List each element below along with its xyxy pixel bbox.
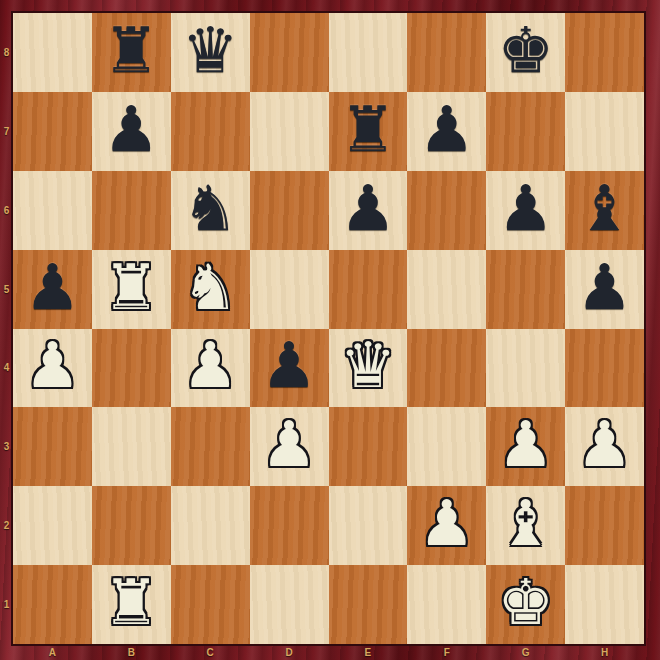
piece-white-knight[interactable]: ♞ <box>182 256 238 319</box>
square-c5[interactable]: ♞ <box>171 250 250 329</box>
square-e5[interactable] <box>329 250 408 329</box>
file-label-g: G <box>486 644 565 660</box>
square-g5[interactable] <box>486 250 565 329</box>
piece-white-pawn[interactable]: ♟ <box>497 413 553 476</box>
square-c8[interactable]: ♛ <box>171 13 250 92</box>
piece-black-queen[interactable]: ♛ <box>182 19 238 82</box>
square-h7[interactable] <box>565 92 644 171</box>
piece-black-pawn[interactable]: ♟ <box>497 177 553 240</box>
file-label-c: C <box>171 644 250 660</box>
square-b8[interactable]: ♜ <box>92 13 171 92</box>
rank-label-1: 1 <box>0 565 13 644</box>
square-d7[interactable] <box>250 92 329 171</box>
piece-black-pawn[interactable]: ♟ <box>103 98 159 161</box>
piece-black-pawn[interactable]: ♟ <box>576 256 632 319</box>
square-b4[interactable] <box>92 329 171 408</box>
square-h3[interactable]: ♟ <box>565 407 644 486</box>
square-a5[interactable]: ♟ <box>13 250 92 329</box>
square-b7[interactable]: ♟ <box>92 92 171 171</box>
square-f8[interactable] <box>407 13 486 92</box>
square-h8[interactable] <box>565 13 644 92</box>
square-f1[interactable] <box>407 565 486 644</box>
square-h1[interactable] <box>565 565 644 644</box>
square-c2[interactable] <box>171 486 250 565</box>
square-f6[interactable] <box>407 171 486 250</box>
square-f4[interactable] <box>407 329 486 408</box>
square-d3[interactable]: ♟ <box>250 407 329 486</box>
square-a3[interactable] <box>13 407 92 486</box>
square-c4[interactable]: ♟ <box>171 329 250 408</box>
square-e2[interactable] <box>329 486 408 565</box>
file-label-e: E <box>329 644 408 660</box>
piece-white-pawn[interactable]: ♟ <box>419 492 475 555</box>
square-d1[interactable] <box>250 565 329 644</box>
rank-label-6: 6 <box>0 171 13 250</box>
square-d6[interactable] <box>250 171 329 250</box>
piece-black-rook[interactable]: ♜ <box>103 19 159 82</box>
piece-black-pawn[interactable]: ♟ <box>340 177 396 240</box>
square-c7[interactable] <box>171 92 250 171</box>
piece-black-pawn[interactable]: ♟ <box>24 256 80 319</box>
piece-white-rook[interactable]: ♜ <box>103 256 159 319</box>
square-g6[interactable]: ♟ <box>486 171 565 250</box>
rank-label-8: 8 <box>0 13 13 92</box>
chess-board: ♜♛♚♟♜♟♞♟♟♝♟♜♞♟♟♟♟♛♟♟♟♟♝♜♚ <box>13 13 644 644</box>
square-e4[interactable]: ♛ <box>329 329 408 408</box>
square-d2[interactable] <box>250 486 329 565</box>
piece-black-knight[interactable]: ♞ <box>182 177 238 240</box>
square-e6[interactable]: ♟ <box>329 171 408 250</box>
square-a6[interactable] <box>13 171 92 250</box>
piece-white-bishop[interactable]: ♝ <box>497 492 553 555</box>
piece-white-pawn[interactable]: ♟ <box>182 334 238 397</box>
square-c3[interactable] <box>171 407 250 486</box>
square-f7[interactable]: ♟ <box>407 92 486 171</box>
square-g1[interactable]: ♚ <box>486 565 565 644</box>
rank-label-2: 2 <box>0 486 13 565</box>
rank-label-5: 5 <box>0 250 13 329</box>
square-h6[interactable]: ♝ <box>565 171 644 250</box>
file-label-d: D <box>250 644 329 660</box>
square-a7[interactable] <box>13 92 92 171</box>
square-e3[interactable] <box>329 407 408 486</box>
file-label-b: B <box>92 644 171 660</box>
square-f5[interactable] <box>407 250 486 329</box>
square-h2[interactable] <box>565 486 644 565</box>
square-e1[interactable] <box>329 565 408 644</box>
rank-label-4: 4 <box>0 329 13 408</box>
square-f2[interactable]: ♟ <box>407 486 486 565</box>
square-a2[interactable] <box>13 486 92 565</box>
file-label-f: F <box>407 644 486 660</box>
square-d4[interactable]: ♟ <box>250 329 329 408</box>
square-g4[interactable] <box>486 329 565 408</box>
square-a4[interactable]: ♟ <box>13 329 92 408</box>
square-e7[interactable]: ♜ <box>329 92 408 171</box>
square-g8[interactable]: ♚ <box>486 13 565 92</box>
square-b3[interactable] <box>92 407 171 486</box>
square-g3[interactable]: ♟ <box>486 407 565 486</box>
square-d8[interactable] <box>250 13 329 92</box>
square-b6[interactable] <box>92 171 171 250</box>
piece-black-pawn[interactable]: ♟ <box>261 334 317 397</box>
square-d5[interactable] <box>250 250 329 329</box>
file-label-a: A <box>13 644 92 660</box>
piece-black-king[interactable]: ♚ <box>497 19 553 82</box>
piece-black-bishop[interactable]: ♝ <box>576 177 632 240</box>
square-h4[interactable] <box>565 329 644 408</box>
square-a1[interactable] <box>13 565 92 644</box>
file-label-h: H <box>565 644 644 660</box>
piece-white-pawn[interactable]: ♟ <box>576 413 632 476</box>
piece-white-pawn[interactable]: ♟ <box>261 413 317 476</box>
piece-white-queen[interactable]: ♛ <box>340 334 396 397</box>
rank-label-7: 7 <box>0 92 13 171</box>
rank-label-3: 3 <box>0 407 13 486</box>
square-f3[interactable] <box>407 407 486 486</box>
piece-white-rook[interactable]: ♜ <box>103 571 159 634</box>
square-e8[interactable] <box>329 13 408 92</box>
square-h5[interactable]: ♟ <box>565 250 644 329</box>
square-g2[interactable]: ♝ <box>486 486 565 565</box>
piece-white-king[interactable]: ♚ <box>497 571 553 634</box>
square-b1[interactable]: ♜ <box>92 565 171 644</box>
board-frame: ♜♛♚♟♜♟♞♟♟♝♟♜♞♟♟♟♟♛♟♟♟♟♝♜♚ 87654321 ABCDE… <box>0 0 660 660</box>
square-b2[interactable] <box>92 486 171 565</box>
square-a8[interactable] <box>13 13 92 92</box>
square-g7[interactable] <box>486 92 565 171</box>
square-c6[interactable]: ♞ <box>171 171 250 250</box>
piece-white-pawn[interactable]: ♟ <box>24 334 80 397</box>
piece-black-rook[interactable]: ♜ <box>340 98 396 161</box>
square-c1[interactable] <box>171 565 250 644</box>
piece-black-pawn[interactable]: ♟ <box>419 98 475 161</box>
square-b5[interactable]: ♜ <box>92 250 171 329</box>
